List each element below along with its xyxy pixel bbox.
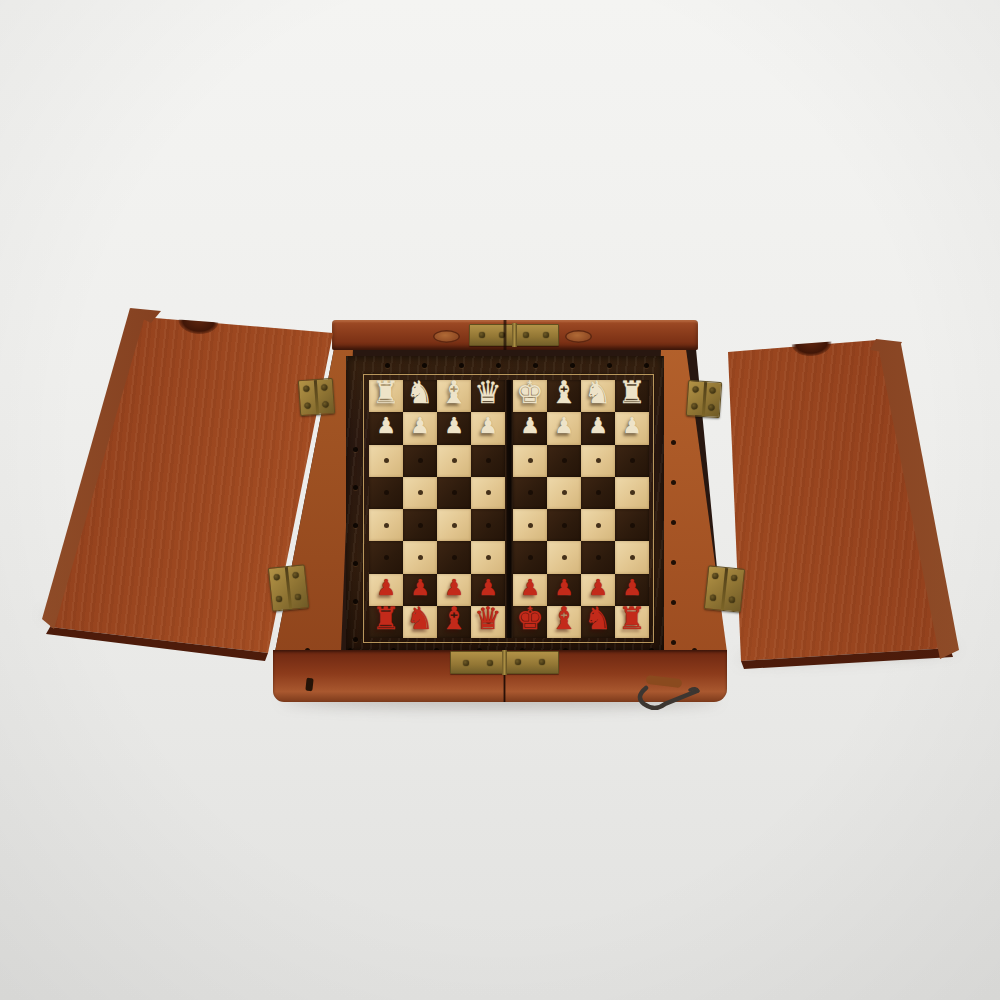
square-r4c5 bbox=[513, 477, 547, 509]
screw-icon bbox=[692, 386, 698, 392]
checkerboard: ♜♞♝♛♚♝♞♜♟♟♟♟♟♟♟♟♟♟♟♟♟♟♟♟♜♞♝♛♚♝♞♜ bbox=[369, 380, 649, 638]
oval-inlay-left bbox=[433, 330, 460, 343]
square-r5c3 bbox=[437, 509, 471, 541]
white-pawn: ♟ bbox=[554, 415, 574, 437]
square-r7c5: ♟ bbox=[513, 574, 547, 606]
screw-icon bbox=[292, 572, 299, 579]
square-r8c4: ♛ bbox=[471, 606, 505, 638]
square-r6c1 bbox=[369, 541, 403, 573]
screw-icon bbox=[479, 332, 485, 338]
top-brass-hinge-plate bbox=[469, 324, 559, 346]
front-peg bbox=[305, 678, 313, 692]
board-fold-gap bbox=[505, 541, 513, 573]
board-fold-gap bbox=[505, 445, 513, 477]
square-r8c6: ♝ bbox=[547, 606, 581, 638]
square-r7c8: ♟ bbox=[615, 574, 649, 606]
board-fold-gap bbox=[505, 477, 513, 509]
square-r3c6 bbox=[547, 445, 581, 477]
square-r8c3: ♝ bbox=[437, 606, 471, 638]
board-fold-gap bbox=[505, 509, 513, 541]
white-pawn: ♟ bbox=[622, 415, 642, 437]
board-fold-gap bbox=[505, 380, 513, 412]
screw-icon bbox=[708, 404, 714, 410]
screw-icon bbox=[321, 384, 327, 390]
white-queen: ♛ bbox=[474, 378, 502, 409]
square-r1c5: ♚ bbox=[513, 380, 547, 412]
square-r2c6: ♟ bbox=[547, 412, 581, 444]
square-r2c1: ♟ bbox=[369, 412, 403, 444]
square-r5c1 bbox=[369, 509, 403, 541]
square-r5c4 bbox=[471, 509, 505, 541]
square-r3c3 bbox=[437, 445, 471, 477]
white-bishop: ♝ bbox=[550, 378, 578, 409]
square-r4c8 bbox=[615, 477, 649, 509]
square-r1c2: ♞ bbox=[403, 380, 437, 412]
square-r8c5: ♚ bbox=[513, 606, 547, 638]
square-r1c7: ♞ bbox=[581, 380, 615, 412]
square-r3c2 bbox=[403, 445, 437, 477]
red-bishop: ♝ bbox=[440, 603, 468, 634]
hinge-knuckle bbox=[512, 323, 517, 347]
white-pawn: ♟ bbox=[588, 415, 608, 437]
square-r6c7 bbox=[581, 541, 615, 573]
square-r1c1: ♜ bbox=[369, 380, 403, 412]
screw-icon bbox=[691, 403, 697, 409]
square-r1c3: ♝ bbox=[437, 380, 471, 412]
square-r6c4 bbox=[471, 541, 505, 573]
red-rook: ♜ bbox=[618, 603, 646, 634]
screw-icon bbox=[274, 574, 281, 581]
square-r2c5: ♟ bbox=[513, 412, 547, 444]
hook-clasp-icon bbox=[630, 674, 702, 710]
screw-icon bbox=[295, 594, 302, 601]
square-r5c5 bbox=[513, 509, 547, 541]
square-r4c1 bbox=[369, 477, 403, 509]
white-rook: ♜ bbox=[618, 378, 646, 409]
left-hinge-top bbox=[298, 378, 335, 416]
white-pawn: ♟ bbox=[444, 415, 464, 437]
red-pawn: ♟ bbox=[554, 576, 574, 598]
oval-inlay-right bbox=[565, 330, 592, 343]
square-r8c1: ♜ bbox=[369, 606, 403, 638]
square-r7c3: ♟ bbox=[437, 574, 471, 606]
screw-icon bbox=[303, 385, 309, 391]
square-r6c8 bbox=[615, 541, 649, 573]
chess-box: ♜♞♝♛♚♝♞♜♟♟♟♟♟♟♟♟♟♟♟♟♟♟♟♟♜♞♝♛♚♝♞♜ bbox=[273, 316, 727, 702]
square-r6c2 bbox=[403, 541, 437, 573]
square-r2c4: ♟ bbox=[471, 412, 505, 444]
square-r2c2: ♟ bbox=[403, 412, 437, 444]
screw-icon bbox=[731, 575, 738, 582]
square-r3c1 bbox=[369, 445, 403, 477]
square-r2c8: ♟ bbox=[615, 412, 649, 444]
white-pawn: ♟ bbox=[478, 415, 498, 437]
screw-icon bbox=[276, 596, 283, 603]
board-fold-gap bbox=[505, 606, 513, 638]
square-r2c7: ♟ bbox=[581, 412, 615, 444]
square-r2c3: ♟ bbox=[437, 412, 471, 444]
screw-icon bbox=[710, 595, 717, 602]
square-r5c6 bbox=[547, 509, 581, 541]
screw-icon bbox=[463, 660, 469, 666]
red-pawn: ♟ bbox=[444, 576, 464, 598]
white-knight: ♞ bbox=[406, 378, 434, 409]
left-hinge-bottom bbox=[268, 564, 309, 612]
red-knight: ♞ bbox=[584, 603, 612, 634]
square-r6c5 bbox=[513, 541, 547, 573]
white-bishop: ♝ bbox=[440, 378, 468, 409]
red-pawn: ♟ bbox=[376, 576, 396, 598]
red-knight: ♞ bbox=[406, 603, 434, 634]
square-r5c2 bbox=[403, 509, 437, 541]
photo-scene: ♜♞♝♛♚♝♞♜♟♟♟♟♟♟♟♟♟♟♟♟♟♟♟♟♜♞♝♛♚♝♞♜ bbox=[0, 0, 1000, 1000]
white-pawn: ♟ bbox=[520, 415, 540, 437]
square-r4c2 bbox=[403, 477, 437, 509]
front-brass-hinge-plate bbox=[450, 651, 559, 674]
square-r3c4 bbox=[471, 445, 505, 477]
red-pawn: ♟ bbox=[622, 576, 642, 598]
board-fold-gap bbox=[505, 412, 513, 444]
square-r7c2: ♟ bbox=[403, 574, 437, 606]
red-queen: ♛ bbox=[474, 603, 502, 634]
hinge-knuckle bbox=[502, 650, 507, 675]
screw-icon bbox=[515, 659, 521, 665]
square-r8c2: ♞ bbox=[403, 606, 437, 638]
white-king: ♚ bbox=[516, 378, 544, 409]
white-rook: ♜ bbox=[372, 378, 400, 409]
square-r7c4: ♟ bbox=[471, 574, 505, 606]
square-r4c7 bbox=[581, 477, 615, 509]
red-pawn: ♟ bbox=[410, 576, 430, 598]
square-r7c6: ♟ bbox=[547, 574, 581, 606]
square-r8c8: ♜ bbox=[615, 606, 649, 638]
square-r5c7 bbox=[581, 509, 615, 541]
screw-icon bbox=[712, 573, 719, 580]
square-r6c6 bbox=[547, 541, 581, 573]
square-r1c4: ♛ bbox=[471, 380, 505, 412]
square-r3c7 bbox=[581, 445, 615, 477]
square-r1c8: ♜ bbox=[615, 380, 649, 412]
white-knight: ♞ bbox=[584, 378, 612, 409]
red-rook: ♜ bbox=[372, 603, 400, 634]
right-hinge-bottom bbox=[704, 565, 745, 613]
screw-icon bbox=[539, 659, 545, 665]
square-r4c4 bbox=[471, 477, 505, 509]
right-hinge-top bbox=[686, 380, 722, 418]
screw-icon bbox=[304, 402, 310, 408]
square-r6c3 bbox=[437, 541, 471, 573]
square-r4c3 bbox=[437, 477, 471, 509]
screw-icon bbox=[487, 660, 493, 666]
square-r1c6: ♝ bbox=[547, 380, 581, 412]
red-king: ♚ bbox=[516, 603, 544, 634]
square-r7c1: ♟ bbox=[369, 574, 403, 606]
board-fold-gap bbox=[505, 574, 513, 606]
white-pawn: ♟ bbox=[376, 415, 396, 437]
screw-icon bbox=[543, 332, 549, 338]
square-r8c7: ♞ bbox=[581, 606, 615, 638]
screw-icon bbox=[709, 387, 715, 393]
screw-icon bbox=[729, 597, 736, 604]
square-r4c6 bbox=[547, 477, 581, 509]
square-r5c8 bbox=[615, 509, 649, 541]
screw-icon bbox=[322, 401, 328, 407]
rim-fold-seam bbox=[503, 320, 507, 350]
white-pawn: ♟ bbox=[410, 415, 430, 437]
screw-icon bbox=[523, 332, 529, 338]
square-r3c8 bbox=[615, 445, 649, 477]
red-pawn: ♟ bbox=[588, 576, 608, 598]
red-pawn: ♟ bbox=[520, 576, 540, 598]
square-r7c7: ♟ bbox=[581, 574, 615, 606]
red-bishop: ♝ bbox=[550, 603, 578, 634]
square-r3c5 bbox=[513, 445, 547, 477]
red-pawn: ♟ bbox=[478, 576, 498, 598]
